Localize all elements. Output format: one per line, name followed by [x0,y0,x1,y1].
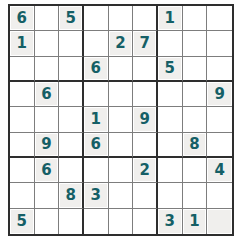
cell-r9c7[interactable]: 3 [158,209,183,234]
cell-r8c5[interactable] [109,183,134,208]
cell-r9c6[interactable] [133,209,158,234]
cell-r1c6[interactable] [133,6,158,31]
cell-r5c8[interactable] [183,107,208,132]
cell-r4c5[interactable] [109,82,134,107]
cell-r3c2[interactable] [35,57,60,82]
cell-r4c7[interactable] [158,82,183,107]
cell-r6c3[interactable] [59,133,84,158]
cell-r9c8[interactable]: 1 [183,209,208,234]
cell-r6c1[interactable] [10,133,35,158]
cell-r5c6[interactable]: 9 [133,107,158,132]
cell-r4c6[interactable] [133,82,158,107]
cell-r6c7[interactable] [158,133,183,158]
cell-r5c4[interactable]: 1 [84,107,109,132]
cell-r4c3[interactable] [59,82,84,107]
cell-r5c3[interactable] [59,107,84,132]
cell-r3c5[interactable] [109,57,134,82]
cell-r4c8[interactable] [183,82,208,107]
cell-r6c9[interactable] [207,133,232,158]
cell-r1c1[interactable]: 6 [10,6,35,31]
cell-r9c4[interactable] [84,209,109,234]
cell-r6c8[interactable]: 8 [183,133,208,158]
cell-r1c5[interactable] [109,6,134,31]
cell-r2c3[interactable] [59,31,84,56]
cell-r3c1[interactable] [10,57,35,82]
cell-r9c3[interactable] [59,209,84,234]
cell-r5c7[interactable] [158,107,183,132]
cell-r6c2[interactable]: 9 [35,133,60,158]
cell-r8c4[interactable]: 3 [84,183,109,208]
cell-r5c2[interactable] [35,107,60,132]
cell-r9c5[interactable] [109,209,134,234]
cell-r8c6[interactable] [133,183,158,208]
cell-r2c9[interactable] [207,31,232,56]
cell-r7c2[interactable]: 6 [35,158,60,183]
cell-r7c6[interactable]: 2 [133,158,158,183]
cell-r5c9[interactable] [207,107,232,132]
cell-r7c4[interactable] [84,158,109,183]
cell-r1c4[interactable] [84,6,109,31]
cell-r8c2[interactable] [35,183,60,208]
cell-r7c5[interactable] [109,158,134,183]
cell-r7c3[interactable] [59,158,84,183]
cell-r9c1[interactable]: 5 [10,209,35,234]
cell-r2c7[interactable] [158,31,183,56]
cell-r3c3[interactable] [59,57,84,82]
cell-r2c4[interactable] [84,31,109,56]
cell-r2c6[interactable]: 7 [133,31,158,56]
page: 65112765691996862483531 [0,0,240,240]
cell-r3c7[interactable]: 5 [158,57,183,82]
cell-r7c7[interactable] [158,158,183,183]
cell-r7c1[interactable] [10,158,35,183]
cell-r2c5[interactable]: 2 [109,31,134,56]
cell-r1c3[interactable]: 5 [59,6,84,31]
cell-r3c6[interactable] [133,57,158,82]
cell-r1c7[interactable]: 1 [158,6,183,31]
cell-r2c8[interactable] [183,31,208,56]
cell-r3c9[interactable] [207,57,232,82]
cell-r6c4[interactable]: 6 [84,133,109,158]
sudoku-board: 65112765691996862483531 [8,4,234,236]
cell-r8c3[interactable]: 8 [59,183,84,208]
cell-r6c6[interactable] [133,133,158,158]
cell-r5c1[interactable] [10,107,35,132]
cell-r4c9[interactable]: 9 [207,82,232,107]
cell-r4c1[interactable] [10,82,35,107]
cell-r6c5[interactable] [109,133,134,158]
cell-r4c2[interactable]: 6 [35,82,60,107]
cell-r8c9[interactable] [207,183,232,208]
cell-r7c9[interactable]: 4 [207,158,232,183]
cell-r4c4[interactable] [84,82,109,107]
cell-r1c8[interactable] [183,6,208,31]
cell-r1c9[interactable] [207,6,232,31]
cell-r8c7[interactable] [158,183,183,208]
cell-r1c2[interactable] [35,6,60,31]
cell-r8c1[interactable] [10,183,35,208]
cell-r9c9[interactable] [207,209,232,234]
cell-r9c2[interactable] [35,209,60,234]
cell-r2c2[interactable] [35,31,60,56]
cell-r3c4[interactable]: 6 [84,57,109,82]
cell-r3c8[interactable] [183,57,208,82]
cell-r2c1[interactable]: 1 [10,31,35,56]
cell-r8c8[interactable] [183,183,208,208]
cell-r5c5[interactable] [109,107,134,132]
cell-r7c8[interactable] [183,158,208,183]
